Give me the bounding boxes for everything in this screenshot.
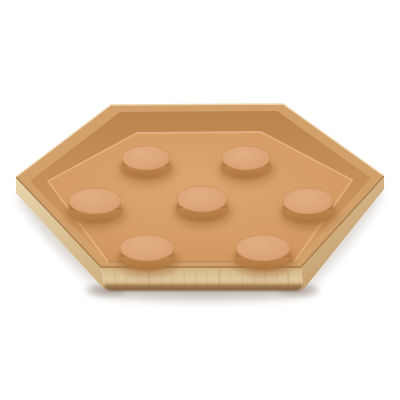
stud-mid-right	[279, 188, 339, 231]
stud-bottom-right-top	[236, 235, 290, 261]
stud-bottom-left-top	[120, 235, 174, 261]
stud-center	[173, 186, 233, 229]
stud-top-left	[118, 146, 176, 186]
stud-bottom-left	[116, 235, 180, 278]
hex-tray-photo	[0, 0, 400, 400]
stud-top-left-top	[122, 146, 170, 170]
stud-top-right-top	[222, 146, 270, 170]
stud-mid-left	[65, 188, 127, 231]
photo-canvas	[0, 0, 400, 400]
stud-bottom-right	[232, 235, 296, 278]
stud-mid-right-top	[283, 188, 333, 214]
stud-top-right	[218, 146, 276, 186]
wall-foot	[104, 284, 303, 291]
stud-center-top	[177, 186, 227, 212]
stud-mid-left-top	[69, 188, 121, 214]
